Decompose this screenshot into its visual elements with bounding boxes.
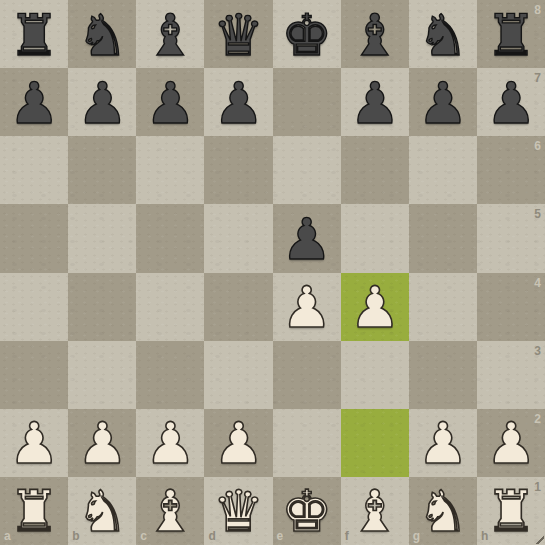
square-c2[interactable]: ♟	[136, 409, 204, 477]
square-a4[interactable]	[0, 273, 68, 341]
white-pawn-c2[interactable]: ♟	[145, 415, 196, 472]
square-b5[interactable]	[68, 204, 136, 272]
square-f6[interactable]	[341, 136, 409, 204]
black-rook-h8[interactable]: ♜	[485, 7, 536, 64]
square-f5[interactable]	[341, 204, 409, 272]
square-c5[interactable]	[136, 204, 204, 272]
black-rook-a8[interactable]: ♜	[9, 7, 60, 64]
black-pawn-e5[interactable]: ♟	[281, 211, 332, 268]
square-g4[interactable]	[409, 273, 477, 341]
square-d6[interactable]	[204, 136, 272, 204]
square-d7[interactable]: ♟	[204, 68, 272, 136]
black-pawn-f7[interactable]: ♟	[349, 75, 400, 132]
square-f3[interactable]	[341, 341, 409, 409]
square-f2[interactable]	[341, 409, 409, 477]
square-e2[interactable]	[273, 409, 341, 477]
black-pawn-b7[interactable]: ♟	[77, 75, 128, 132]
square-e4[interactable]: ♟	[273, 273, 341, 341]
square-c8[interactable]: ♝	[136, 0, 204, 68]
square-f1[interactable]: f♝	[341, 477, 409, 545]
white-rook-a1[interactable]: ♜	[9, 483, 60, 540]
square-c7[interactable]: ♟	[136, 68, 204, 136]
square-b8[interactable]: ♞	[68, 0, 136, 68]
square-d4[interactable]	[204, 273, 272, 341]
square-h7[interactable]: 7♟	[477, 68, 545, 136]
square-a5[interactable]	[0, 204, 68, 272]
coord-rank-4: 4	[534, 277, 541, 289]
black-pawn-d7[interactable]: ♟	[213, 75, 264, 132]
chess-board: ♜♞♝♛♚♝♞8♜♟♟♟♟♟♟7♟6♟5♟♟43♟♟♟♟♟2♟a♜b♞c♝d♛e…	[0, 0, 545, 545]
black-bishop-f8[interactable]: ♝	[349, 7, 400, 64]
white-knight-g1[interactable]: ♞	[417, 483, 468, 540]
square-a3[interactable]	[0, 341, 68, 409]
square-a1[interactable]: a♜	[0, 477, 68, 545]
square-c4[interactable]	[136, 273, 204, 341]
square-h3[interactable]: 3	[477, 341, 545, 409]
square-h2[interactable]: 2♟	[477, 409, 545, 477]
square-g6[interactable]	[409, 136, 477, 204]
square-c1[interactable]: c♝	[136, 477, 204, 545]
square-c3[interactable]	[136, 341, 204, 409]
white-knight-b1[interactable]: ♞	[77, 483, 128, 540]
coord-rank-5: 5	[534, 208, 541, 220]
square-f7[interactable]: ♟	[341, 68, 409, 136]
black-bishop-c8[interactable]: ♝	[145, 7, 196, 64]
square-a2[interactable]: ♟	[0, 409, 68, 477]
square-b1[interactable]: b♞	[68, 477, 136, 545]
black-king-e8[interactable]: ♚	[281, 7, 332, 64]
square-g1[interactable]: g♞	[409, 477, 477, 545]
white-queen-d1[interactable]: ♛	[213, 483, 264, 540]
white-pawn-e4[interactable]: ♟	[281, 279, 332, 336]
square-g5[interactable]	[409, 204, 477, 272]
square-e6[interactable]	[273, 136, 341, 204]
square-d8[interactable]: ♛	[204, 0, 272, 68]
square-b6[interactable]	[68, 136, 136, 204]
square-h4[interactable]: 4	[477, 273, 545, 341]
black-knight-b8[interactable]: ♞	[77, 7, 128, 64]
square-g7[interactable]: ♟	[409, 68, 477, 136]
square-e1[interactable]: e♚	[273, 477, 341, 545]
square-b3[interactable]	[68, 341, 136, 409]
black-knight-g8[interactable]: ♞	[417, 7, 468, 64]
square-e7[interactable]	[273, 68, 341, 136]
white-pawn-h2[interactable]: ♟	[485, 415, 536, 472]
coord-rank-6: 6	[534, 140, 541, 152]
square-e8[interactable]: ♚	[273, 0, 341, 68]
black-pawn-c7[interactable]: ♟	[145, 75, 196, 132]
coord-rank-3: 3	[534, 345, 541, 357]
white-pawn-d2[interactable]: ♟	[213, 415, 264, 472]
square-d2[interactable]: ♟	[204, 409, 272, 477]
square-g2[interactable]: ♟	[409, 409, 477, 477]
square-a7[interactable]: ♟	[0, 68, 68, 136]
square-b4[interactable]	[68, 273, 136, 341]
square-f8[interactable]: ♝	[341, 0, 409, 68]
white-rook-h1[interactable]: ♜	[485, 483, 536, 540]
square-h1[interactable]: 1h♜	[477, 477, 545, 545]
white-pawn-f4[interactable]: ♟	[349, 279, 400, 336]
white-king-e1[interactable]: ♚	[281, 483, 332, 540]
square-a8[interactable]: ♜	[0, 0, 68, 68]
square-c6[interactable]	[136, 136, 204, 204]
white-bishop-c1[interactable]: ♝	[145, 483, 196, 540]
square-h8[interactable]: 8♜	[477, 0, 545, 68]
white-bishop-f1[interactable]: ♝	[349, 483, 400, 540]
square-e5[interactable]: ♟	[273, 204, 341, 272]
black-pawn-h7[interactable]: ♟	[485, 75, 536, 132]
square-d3[interactable]	[204, 341, 272, 409]
square-b2[interactable]: ♟	[68, 409, 136, 477]
square-d5[interactable]	[204, 204, 272, 272]
square-h6[interactable]: 6	[477, 136, 545, 204]
square-f4[interactable]: ♟	[341, 273, 409, 341]
white-pawn-b2[interactable]: ♟	[77, 415, 128, 472]
black-pawn-a7[interactable]: ♟	[9, 75, 60, 132]
black-queen-d8[interactable]: ♛	[213, 7, 264, 64]
square-d1[interactable]: d♛	[204, 477, 272, 545]
white-pawn-g2[interactable]: ♟	[417, 415, 468, 472]
black-pawn-g7[interactable]: ♟	[417, 75, 468, 132]
square-g8[interactable]: ♞	[409, 0, 477, 68]
square-b7[interactable]: ♟	[68, 68, 136, 136]
square-h5[interactable]: 5	[477, 204, 545, 272]
white-pawn-a2[interactable]: ♟	[9, 415, 60, 472]
square-g3[interactable]	[409, 341, 477, 409]
square-e3[interactable]	[273, 341, 341, 409]
square-a6[interactable]	[0, 136, 68, 204]
coord-file-f: f	[345, 530, 349, 542]
